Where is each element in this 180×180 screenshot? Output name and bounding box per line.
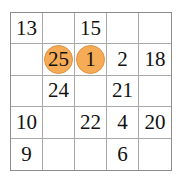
cell-value-circled-1: 1 <box>76 45 105 74</box>
cell-r4c5[interactable]: 20 <box>139 107 171 138</box>
cell-r1c4[interactable] <box>107 13 139 44</box>
cell-r3c2[interactable]: 24 <box>43 76 75 107</box>
cell-r2c2[interactable]: 25 <box>43 44 75 75</box>
cell-r5c5[interactable] <box>139 139 171 170</box>
cell-r1c2[interactable] <box>43 13 75 44</box>
cell-r2c1[interactable] <box>11 44 43 75</box>
cell-value: 24 <box>48 80 69 101</box>
cell-r2c5[interactable]: 18 <box>139 44 171 75</box>
cell-r5c2[interactable] <box>43 139 75 170</box>
cell-r5c1[interactable]: 9 <box>11 139 43 170</box>
hidato-board: 13 15 25 1 2 18 24 21 10 22 4 20 9 6 <box>10 12 172 171</box>
cell-value: 15 <box>80 18 101 39</box>
cell-r5c4[interactable]: 6 <box>107 139 139 170</box>
cell-r5c3[interactable] <box>75 139 107 170</box>
cell-r3c5[interactable] <box>139 76 171 107</box>
cell-r2c3[interactable]: 1 <box>75 44 107 75</box>
cell-value: 6 <box>117 144 128 165</box>
cell-r1c3[interactable]: 15 <box>75 13 107 44</box>
cell-value: 4 <box>117 112 128 133</box>
cell-value: 20 <box>145 112 166 133</box>
cell-value: 18 <box>145 49 166 70</box>
cell-value: 22 <box>80 112 101 133</box>
cell-r4c4[interactable]: 4 <box>107 107 139 138</box>
cell-value: 10 <box>16 112 37 133</box>
cell-value: 2 <box>117 49 128 70</box>
cell-r1c1[interactable]: 13 <box>11 13 43 44</box>
cell-r4c2[interactable] <box>43 107 75 138</box>
cell-r4c3[interactable]: 22 <box>75 107 107 138</box>
hidato-puzzle-screen: 13 15 25 1 2 18 24 21 10 22 4 20 9 6 <box>0 0 180 180</box>
cell-value: 9 <box>21 144 32 165</box>
cell-value: 13 <box>16 18 37 39</box>
cell-value: 21 <box>112 80 133 101</box>
cell-r3c3[interactable] <box>75 76 107 107</box>
cell-r3c1[interactable] <box>11 76 43 107</box>
cell-r3c4[interactable]: 21 <box>107 76 139 107</box>
cell-value-circled-25: 25 <box>44 45 73 74</box>
cell-r2c4[interactable]: 2 <box>107 44 139 75</box>
cell-r1c5[interactable] <box>139 13 171 44</box>
cell-r4c1[interactable]: 10 <box>11 107 43 138</box>
